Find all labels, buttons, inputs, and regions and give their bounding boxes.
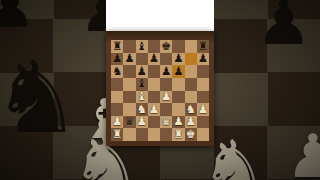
square-e4[interactable]: ♟ bbox=[160, 91, 172, 104]
square-d2[interactable] bbox=[148, 116, 160, 129]
piece-black-pawn[interactable]: ♟ bbox=[173, 65, 183, 77]
square-d3[interactable]: ♟ bbox=[148, 103, 160, 116]
square-c8[interactable]: ♝ bbox=[136, 40, 148, 53]
square-a1[interactable]: ♜ bbox=[111, 128, 123, 141]
square-b6[interactable] bbox=[123, 65, 135, 78]
piece-black-king[interactable]: ♚ bbox=[161, 40, 171, 52]
piece-white-pawn[interactable]: ♟ bbox=[149, 103, 159, 115]
square-h7[interactable]: ♟ bbox=[197, 53, 209, 66]
square-g7[interactable] bbox=[185, 53, 197, 66]
square-b5[interactable] bbox=[123, 78, 135, 91]
square-c2[interactable]: ♟ bbox=[136, 116, 148, 129]
square-g8[interactable] bbox=[185, 40, 197, 53]
chess-board[interactable]: ♜♝♚♜♟♟♟♟♟♞♟♟♟♝♝♟♞♟♞♟♟♛♟♛♟♟♜♜♚ bbox=[111, 40, 209, 141]
square-h5[interactable] bbox=[197, 78, 209, 91]
square-g5[interactable] bbox=[185, 78, 197, 91]
square-e2[interactable]: ♛ bbox=[160, 116, 172, 129]
square-g1[interactable]: ♚ bbox=[185, 128, 197, 141]
piece-white-pawn[interactable]: ♟ bbox=[161, 91, 171, 103]
square-h6[interactable] bbox=[197, 65, 209, 78]
square-d6[interactable] bbox=[148, 65, 160, 78]
piece-white-queen[interactable]: ♛ bbox=[161, 116, 171, 128]
piece-black-queen[interactable]: ♛ bbox=[124, 116, 134, 128]
square-f1[interactable]: ♜ bbox=[172, 128, 184, 141]
square-e6[interactable]: ♟ bbox=[160, 65, 172, 78]
piece-white-rook[interactable]: ♜ bbox=[112, 128, 122, 140]
piece-white-king[interactable]: ♚ bbox=[185, 128, 195, 140]
piece-black-pawn[interactable]: ♟ bbox=[124, 53, 134, 65]
square-h3[interactable]: ♟ bbox=[197, 103, 209, 116]
square-a5[interactable] bbox=[111, 78, 123, 91]
video-frame: ♟♟♞♟♝♞♞♟ ♜♝♚♜♟♟♟♟♟♞♟♟♟♝♝♟♞♟♞♟♟♛♟♛♟♟♜♜♚ bbox=[0, 0, 320, 180]
square-h1[interactable] bbox=[197, 128, 209, 141]
square-d1[interactable] bbox=[148, 128, 160, 141]
piece-black-pawn[interactable]: ♟ bbox=[198, 53, 208, 65]
square-f4[interactable] bbox=[172, 91, 184, 104]
square-b2[interactable]: ♛ bbox=[123, 116, 135, 129]
piece-white-pawn[interactable]: ♟ bbox=[198, 103, 208, 115]
square-d5[interactable] bbox=[148, 78, 160, 91]
piece-white-pawn[interactable]: ♟ bbox=[136, 116, 146, 128]
piece-black-pawn[interactable]: ♟ bbox=[149, 53, 159, 65]
piece-white-rook[interactable]: ♜ bbox=[173, 128, 183, 140]
board-frame: ♜♝♚♜♟♟♟♟♟♞♟♟♟♝♝♟♞♟♞♟♟♛♟♛♟♟♜♜♚ bbox=[106, 31, 214, 146]
square-f6[interactable]: ♟ bbox=[172, 65, 184, 78]
square-a6[interactable]: ♞ bbox=[111, 65, 123, 78]
square-f5[interactable] bbox=[172, 78, 184, 91]
square-e8[interactable]: ♚ bbox=[160, 40, 172, 53]
top-banner bbox=[106, 0, 214, 31]
square-b7[interactable]: ♟ bbox=[123, 53, 135, 66]
square-b4[interactable] bbox=[123, 91, 135, 104]
piece-black-pawn[interactable]: ♟ bbox=[161, 65, 171, 77]
square-h2[interactable] bbox=[197, 116, 209, 129]
piece-black-knight[interactable]: ♞ bbox=[112, 65, 122, 77]
piece-black-bishop[interactable]: ♝ bbox=[136, 40, 146, 52]
square-d7[interactable]: ♟ bbox=[148, 53, 160, 66]
square-a4[interactable] bbox=[111, 91, 123, 104]
square-c1[interactable] bbox=[136, 128, 148, 141]
square-b1[interactable] bbox=[123, 128, 135, 141]
square-g6[interactable] bbox=[185, 65, 197, 78]
square-e1[interactable] bbox=[160, 128, 172, 141]
